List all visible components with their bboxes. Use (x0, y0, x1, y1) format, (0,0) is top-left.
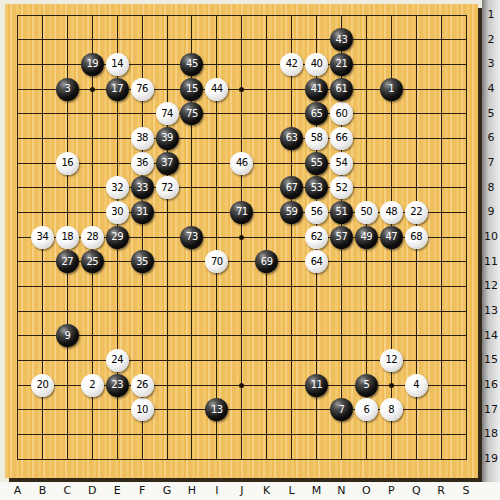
stone-7-black[interactable]: 7 (330, 398, 353, 421)
move-number: 45 (186, 59, 198, 69)
stone-42-white[interactable]: 42 (280, 53, 303, 76)
row-label-17: 17 (482, 403, 500, 417)
move-number: 12 (385, 355, 397, 365)
go-board[interactable]: 1234567891011121314151617181920212223242… (5, 4, 478, 478)
move-number: 36 (136, 158, 148, 168)
stone-50-white[interactable]: 50 (355, 201, 378, 224)
stone-6-white[interactable]: 6 (355, 398, 378, 421)
stone-17-black[interactable]: 17 (106, 78, 129, 101)
stone-73-black[interactable]: 73 (180, 226, 203, 249)
column-label-A: A (8, 484, 28, 498)
column-label-M: M (307, 484, 327, 498)
row-label-14: 14 (482, 329, 500, 343)
stone-1-black[interactable]: 1 (380, 78, 403, 101)
stone-45-black[interactable]: 45 (180, 53, 203, 76)
move-number: 37 (161, 158, 173, 168)
grid-line-horizontal (18, 434, 468, 435)
stone-59-black[interactable]: 59 (280, 201, 303, 224)
stone-35-black[interactable]: 35 (131, 250, 154, 273)
stone-26-white[interactable]: 26 (131, 374, 154, 397)
move-number: 43 (336, 35, 348, 45)
move-number: 31 (136, 207, 148, 217)
move-number: 76 (136, 84, 148, 94)
column-label-H: H (182, 484, 202, 498)
move-number: 66 (336, 133, 348, 143)
row-label-4: 4 (482, 82, 500, 96)
grid-line-horizontal (18, 15, 468, 16)
move-number: 69 (261, 257, 273, 267)
row-label-1: 1 (482, 8, 500, 22)
move-number: 28 (86, 232, 98, 242)
stone-60-white[interactable]: 60 (330, 102, 353, 125)
stone-11-black[interactable]: 11 (305, 374, 328, 397)
column-label-B: B (32, 484, 52, 498)
move-number: 26 (136, 380, 148, 390)
move-number: 9 (64, 331, 70, 341)
move-number: 22 (410, 207, 422, 217)
move-number: 21 (336, 59, 348, 69)
move-number: 70 (211, 257, 223, 267)
stone-24-white[interactable]: 24 (106, 349, 129, 372)
stone-63-black[interactable]: 63 (280, 127, 303, 150)
grid-line-vertical (167, 15, 168, 460)
row-label-13: 13 (482, 304, 500, 318)
grid-line-horizontal (18, 138, 468, 139)
move-number: 40 (311, 59, 323, 69)
stone-76-white[interactable]: 76 (131, 78, 154, 101)
stone-51-black[interactable]: 51 (330, 201, 353, 224)
stone-30-white[interactable]: 30 (106, 201, 129, 224)
stone-56-white[interactable]: 56 (305, 201, 328, 224)
column-label-I: I (207, 484, 227, 498)
move-number: 5 (363, 380, 369, 390)
row-label-7: 7 (482, 156, 500, 170)
move-number: 20 (37, 380, 49, 390)
stone-21-black[interactable]: 21 (330, 53, 353, 76)
move-number: 27 (61, 257, 73, 267)
stone-25-black[interactable]: 25 (81, 250, 104, 273)
stone-18-white[interactable]: 18 (56, 226, 79, 249)
column-label-E: E (107, 484, 127, 498)
move-number: 7 (339, 405, 345, 415)
move-number: 18 (61, 232, 73, 242)
move-number: 44 (211, 84, 223, 94)
move-number: 61 (336, 84, 348, 94)
move-number: 11 (311, 380, 323, 390)
star-point (239, 235, 244, 240)
row-labels-strip: 12345678910111213141516171819 (482, 0, 500, 482)
move-number: 41 (311, 84, 323, 94)
stone-2-white[interactable]: 2 (81, 374, 104, 397)
stone-29-black[interactable]: 29 (106, 226, 129, 249)
stone-43-black[interactable]: 43 (330, 28, 353, 51)
move-number: 57 (336, 232, 348, 242)
move-number: 55 (311, 158, 323, 168)
grid-line-horizontal (18, 335, 468, 336)
move-number: 68 (410, 232, 422, 242)
grid-line-horizontal (18, 311, 468, 312)
grid-line-vertical (17, 15, 18, 460)
column-label-G: G (157, 484, 177, 498)
stone-61-black[interactable]: 61 (330, 78, 353, 101)
grid-line-vertical (466, 15, 467, 460)
move-number: 67 (286, 183, 298, 193)
stone-37-black[interactable]: 37 (156, 152, 179, 175)
stone-46-white[interactable]: 46 (230, 152, 253, 175)
move-number: 6 (363, 405, 369, 415)
grid-line-vertical (441, 15, 442, 460)
column-label-Q: Q (406, 484, 426, 498)
move-number: 1 (388, 84, 394, 94)
grid-line-vertical (291, 15, 292, 460)
row-label-6: 6 (482, 131, 500, 145)
move-number: 50 (361, 207, 373, 217)
stone-52-white[interactable]: 52 (330, 176, 353, 199)
star-point (389, 383, 394, 388)
column-label-L: L (282, 484, 302, 498)
stone-66-white[interactable]: 66 (330, 127, 353, 150)
move-number: 49 (361, 232, 373, 242)
row-label-18: 18 (482, 427, 500, 441)
stone-39-black[interactable]: 39 (156, 127, 179, 150)
stone-20-white[interactable]: 20 (31, 374, 54, 397)
move-number: 75 (186, 109, 198, 119)
stone-74-white[interactable]: 74 (156, 102, 179, 125)
row-label-10: 10 (482, 230, 500, 244)
move-number: 56 (311, 207, 323, 217)
stone-27-black[interactable]: 27 (56, 250, 79, 273)
column-label-J: J (232, 484, 252, 498)
column-label-C: C (57, 484, 77, 498)
stone-8-white[interactable]: 8 (380, 398, 403, 421)
stone-19-black[interactable]: 19 (81, 53, 104, 76)
move-number: 71 (236, 207, 248, 217)
move-number: 30 (111, 207, 123, 217)
stone-41-black[interactable]: 41 (305, 78, 328, 101)
move-number: 48 (385, 207, 397, 217)
column-label-F: F (132, 484, 152, 498)
stone-13-black[interactable]: 13 (205, 398, 228, 421)
row-label-11: 11 (482, 255, 500, 269)
stone-64-white[interactable]: 64 (305, 250, 328, 273)
move-number: 14 (111, 59, 123, 69)
star-point (90, 87, 95, 92)
move-number: 59 (286, 207, 298, 217)
move-number: 2 (89, 380, 95, 390)
row-label-12: 12 (482, 279, 500, 293)
stone-10-white[interactable]: 10 (131, 398, 154, 421)
stone-5-black[interactable]: 5 (355, 374, 378, 397)
grid-line-horizontal (18, 39, 468, 40)
stone-47-black[interactable]: 47 (380, 226, 403, 249)
row-label-8: 8 (482, 181, 500, 195)
stone-4-white[interactable]: 4 (405, 374, 428, 397)
stone-75-black[interactable]: 75 (180, 102, 203, 125)
move-number: 29 (111, 232, 123, 242)
row-label-15: 15 (482, 353, 500, 367)
move-number: 16 (61, 158, 73, 168)
stone-9-black[interactable]: 9 (56, 324, 79, 347)
stone-33-black[interactable]: 33 (131, 176, 154, 199)
move-number: 54 (336, 158, 348, 168)
move-number: 72 (161, 183, 173, 193)
stone-16-white[interactable]: 16 (56, 152, 79, 175)
stone-57-black[interactable]: 57 (330, 226, 353, 249)
stone-65-black[interactable]: 65 (305, 102, 328, 125)
move-number: 63 (286, 133, 298, 143)
move-number: 74 (161, 109, 173, 119)
move-number: 13 (211, 405, 223, 415)
stone-14-white[interactable]: 14 (106, 53, 129, 76)
stone-32-white[interactable]: 32 (106, 176, 129, 199)
stone-3-black[interactable]: 3 (56, 78, 79, 101)
kifu-viewer: 1234567891011121314151617181920212223242… (0, 0, 500, 500)
column-label-N: N (331, 484, 351, 498)
move-number: 51 (336, 207, 348, 217)
stone-28-white[interactable]: 28 (81, 226, 104, 249)
column-label-O: O (356, 484, 376, 498)
move-number: 10 (136, 405, 148, 415)
row-label-16: 16 (482, 378, 500, 392)
move-number: 58 (311, 133, 323, 143)
move-number: 64 (311, 257, 323, 267)
stone-68-white[interactable]: 68 (405, 226, 428, 249)
move-number: 8 (388, 405, 394, 415)
move-number: 3 (64, 84, 70, 94)
move-number: 23 (111, 380, 123, 390)
move-number: 62 (311, 232, 323, 242)
stone-31-black[interactable]: 31 (131, 201, 154, 224)
star-point (239, 383, 244, 388)
column-label-K: K (257, 484, 277, 498)
row-label-19: 19 (482, 452, 500, 466)
column-label-D: D (82, 484, 102, 498)
stone-22-white[interactable]: 22 (405, 201, 428, 224)
stone-15-black[interactable]: 15 (180, 78, 203, 101)
move-number: 38 (136, 133, 148, 143)
move-number: 42 (286, 59, 298, 69)
move-number: 25 (86, 257, 98, 267)
stone-70-white[interactable]: 70 (205, 250, 228, 273)
stone-49-black[interactable]: 49 (355, 226, 378, 249)
column-labels-strip: ABCDEFGHIJKLMNOPQRS (0, 482, 500, 500)
row-label-3: 3 (482, 57, 500, 71)
move-number: 17 (111, 84, 123, 94)
move-number: 35 (136, 257, 148, 267)
move-number: 47 (385, 232, 397, 242)
stone-62-white[interactable]: 62 (305, 226, 328, 249)
stone-34-white[interactable]: 34 (31, 226, 54, 249)
move-number: 4 (413, 380, 419, 390)
stone-67-black[interactable]: 67 (280, 176, 303, 199)
move-number: 53 (311, 183, 323, 193)
stone-12-white[interactable]: 12 (380, 349, 403, 372)
stone-40-white[interactable]: 40 (305, 53, 328, 76)
stone-71-black[interactable]: 71 (230, 201, 253, 224)
move-number: 33 (136, 183, 148, 193)
move-number: 34 (37, 232, 49, 242)
move-number: 65 (311, 109, 323, 119)
stone-55-black[interactable]: 55 (305, 152, 328, 175)
grid-line-horizontal (18, 459, 468, 460)
grid-line-horizontal (18, 113, 468, 114)
grid-line-horizontal (18, 286, 468, 287)
stone-58-white[interactable]: 58 (305, 127, 328, 150)
move-number: 39 (161, 133, 173, 143)
move-number: 19 (86, 59, 98, 69)
stone-23-black[interactable]: 23 (106, 374, 129, 397)
stone-44-white[interactable]: 44 (205, 78, 228, 101)
stone-54-white[interactable]: 54 (330, 152, 353, 175)
row-label-5: 5 (482, 107, 500, 121)
column-label-P: P (381, 484, 401, 498)
move-number: 32 (111, 183, 123, 193)
stone-72-white[interactable]: 72 (156, 176, 179, 199)
column-label-R: R (431, 484, 451, 498)
column-label-S: S (456, 484, 476, 498)
move-number: 15 (186, 84, 198, 94)
move-number: 60 (336, 109, 348, 119)
row-label-9: 9 (482, 205, 500, 219)
stone-38-white[interactable]: 38 (131, 127, 154, 150)
star-point (239, 87, 244, 92)
stone-48-white[interactable]: 48 (380, 201, 403, 224)
stone-36-white[interactable]: 36 (131, 152, 154, 175)
move-number: 52 (336, 183, 348, 193)
stone-69-black[interactable]: 69 (255, 250, 278, 273)
grid-line-horizontal (18, 187, 468, 188)
row-label-2: 2 (482, 33, 500, 47)
move-number: 24 (111, 355, 123, 365)
move-number: 46 (236, 158, 248, 168)
stone-53-black[interactable]: 53 (305, 176, 328, 199)
grid-line-vertical (266, 15, 267, 460)
move-number: 73 (186, 232, 198, 242)
